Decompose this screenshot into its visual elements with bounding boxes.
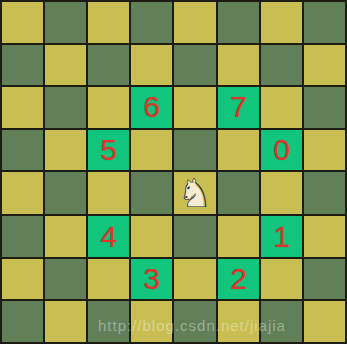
- square-r2c4: [174, 87, 216, 128]
- square-r7c1: [45, 301, 86, 342]
- square-r4c6: [261, 172, 302, 214]
- square-r7c7: [304, 301, 345, 342]
- square-r5c3: [131, 216, 172, 257]
- square-r3c3: [131, 130, 172, 171]
- square-r7c4: [174, 301, 216, 342]
- move-number-1: 1: [273, 222, 290, 252]
- chess-board: 6750♞♘4132: [0, 0, 347, 344]
- knight-outline-icon: ♘: [174, 172, 216, 214]
- square-r1c3: [131, 45, 172, 86]
- square-r0c6: [261, 2, 302, 43]
- move-number-7: 7: [230, 92, 247, 122]
- move-number-0: 0: [273, 135, 290, 165]
- square-r0c5: [218, 2, 259, 43]
- move-number-2: 2: [230, 264, 247, 294]
- move-number-6: 6: [143, 92, 160, 122]
- square-r7c5: [218, 301, 259, 342]
- square-r4c7: [304, 172, 345, 214]
- square-r7c6: [261, 301, 302, 342]
- square-r6c7: [304, 259, 345, 300]
- square-r0c2: [88, 2, 129, 43]
- square-r5c2: 4: [88, 216, 129, 257]
- square-r4c4: ♞♘: [174, 172, 216, 214]
- square-r0c3: [131, 2, 172, 43]
- square-r6c3: 3: [131, 259, 172, 300]
- square-r0c7: [304, 2, 345, 43]
- knight-moves-diagram: 6750♞♘4132 http://blog.csdn.net/jiajia: [0, 0, 347, 344]
- square-r5c5: [218, 216, 259, 257]
- square-r7c0: [2, 301, 43, 342]
- square-r4c2: [88, 172, 129, 214]
- square-r2c0: [2, 87, 43, 128]
- square-r3c0: [2, 130, 43, 171]
- square-r5c6: 1: [261, 216, 302, 257]
- square-r4c0: [2, 172, 43, 214]
- square-r3c7: [304, 130, 345, 171]
- move-number-4: 4: [100, 222, 117, 252]
- square-r0c4: [174, 2, 216, 43]
- square-r2c2: [88, 87, 129, 128]
- square-r2c6: [261, 87, 302, 128]
- move-number-3: 3: [143, 264, 160, 294]
- square-r5c1: [45, 216, 86, 257]
- square-r1c4: [174, 45, 216, 86]
- square-r4c3: [131, 172, 172, 214]
- square-r2c3: 6: [131, 87, 172, 128]
- square-r1c0: [2, 45, 43, 86]
- square-r0c1: [45, 2, 86, 43]
- move-number-5: 5: [100, 135, 117, 165]
- square-r3c1: [45, 130, 86, 171]
- square-r3c2: 5: [88, 130, 129, 171]
- square-r3c5: [218, 130, 259, 171]
- square-r3c4: [174, 130, 216, 171]
- square-r6c6: [261, 259, 302, 300]
- square-r3c6: 0: [261, 130, 302, 171]
- square-r1c5: [218, 45, 259, 86]
- square-r6c4: [174, 259, 216, 300]
- square-r5c7: [304, 216, 345, 257]
- square-r5c0: [2, 216, 43, 257]
- square-r6c1: [45, 259, 86, 300]
- square-r7c3: [131, 301, 172, 342]
- square-r6c2: [88, 259, 129, 300]
- square-r6c0: [2, 259, 43, 300]
- square-r4c5: [218, 172, 259, 214]
- square-r2c1: [45, 87, 86, 128]
- square-r7c2: [88, 301, 129, 342]
- square-r5c4: [174, 216, 216, 257]
- square-r2c5: 7: [218, 87, 259, 128]
- white-knight-piece: ♞♘: [174, 172, 216, 214]
- square-r1c1: [45, 45, 86, 86]
- square-r1c2: [88, 45, 129, 86]
- square-r4c1: [45, 172, 86, 214]
- square-r6c5: 2: [218, 259, 259, 300]
- square-r1c7: [304, 45, 345, 86]
- square-r1c6: [261, 45, 302, 86]
- square-r2c7: [304, 87, 345, 128]
- square-r0c0: [2, 2, 43, 43]
